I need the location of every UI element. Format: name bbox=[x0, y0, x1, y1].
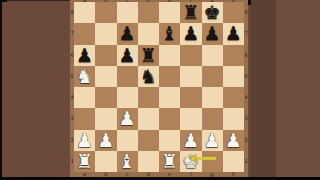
square-g3[interactable] bbox=[202, 108, 223, 129]
background-shade bbox=[276, 0, 320, 180]
video-frame: ♜♚♟♝♟♟♟♟♟♜♞♞♟♟♟♟♟♟♜♝♜♚ 8877665544332211a… bbox=[0, 0, 320, 180]
square-a3[interactable] bbox=[74, 108, 95, 129]
square-h5[interactable] bbox=[223, 66, 244, 87]
rank-label-4: 4 bbox=[70, 87, 74, 108]
black-king[interactable]: ♚ bbox=[204, 3, 221, 22]
rank-label-5: 5 bbox=[244, 66, 248, 87]
square-g6[interactable] bbox=[202, 45, 223, 66]
square-g5[interactable] bbox=[202, 66, 223, 87]
white-pawn[interactable]: ♟ bbox=[97, 130, 114, 149]
white-pawn[interactable]: ♟ bbox=[204, 130, 221, 149]
square-g7[interactable]: ♟ bbox=[202, 23, 223, 44]
black-pawn[interactable]: ♟ bbox=[225, 24, 242, 43]
black-rook[interactable]: ♜ bbox=[182, 3, 199, 22]
black-knight[interactable]: ♞ bbox=[140, 66, 157, 85]
square-e2[interactable] bbox=[159, 130, 180, 151]
white-rook[interactable]: ♜ bbox=[161, 151, 178, 170]
square-b3[interactable] bbox=[95, 108, 116, 129]
file-label-a: a bbox=[74, 0, 95, 2]
square-c2[interactable] bbox=[117, 130, 138, 151]
square-b6[interactable] bbox=[95, 45, 116, 66]
black-pawn[interactable]: ♟ bbox=[119, 45, 136, 64]
rank-label-2: 2 bbox=[244, 130, 248, 151]
rank-label-3: 3 bbox=[70, 108, 74, 129]
square-c7[interactable]: ♟ bbox=[117, 23, 138, 44]
white-rook[interactable]: ♜ bbox=[76, 151, 93, 170]
square-f5[interactable] bbox=[180, 66, 201, 87]
frame-edge bbox=[0, 0, 2, 180]
white-pawn[interactable]: ♟ bbox=[182, 130, 199, 149]
file-label-f: f bbox=[180, 0, 201, 2]
black-pawn[interactable]: ♟ bbox=[119, 24, 136, 43]
square-g8[interactable]: ♚ bbox=[202, 2, 223, 23]
square-d2[interactable] bbox=[138, 130, 159, 151]
square-f1[interactable]: ♚ bbox=[180, 151, 201, 172]
square-c1[interactable]: ♝ bbox=[117, 151, 138, 172]
white-pawn[interactable]: ♟ bbox=[76, 130, 93, 149]
black-rook[interactable]: ♜ bbox=[140, 45, 157, 64]
square-b2[interactable]: ♟ bbox=[95, 130, 116, 151]
square-d7[interactable] bbox=[138, 23, 159, 44]
rank-label-4: 4 bbox=[244, 87, 248, 108]
frame-edge bbox=[0, 177, 320, 180]
square-e6[interactable] bbox=[159, 45, 180, 66]
square-e1[interactable]: ♜ bbox=[159, 151, 180, 172]
square-h8[interactable] bbox=[223, 2, 244, 23]
square-d6[interactable]: ♜ bbox=[138, 45, 159, 66]
square-h3[interactable] bbox=[223, 108, 244, 129]
square-e5[interactable] bbox=[159, 66, 180, 87]
square-b1[interactable] bbox=[95, 151, 116, 172]
square-g4[interactable] bbox=[202, 87, 223, 108]
rank-label-6: 6 bbox=[70, 45, 74, 66]
square-f8[interactable]: ♜ bbox=[180, 2, 201, 23]
square-e7[interactable]: ♝ bbox=[159, 23, 180, 44]
rank-label-1: 1 bbox=[70, 151, 74, 172]
square-a4[interactable] bbox=[74, 87, 95, 108]
square-d3[interactable] bbox=[138, 108, 159, 129]
white-knight[interactable]: ♞ bbox=[76, 66, 93, 85]
square-a8[interactable] bbox=[74, 2, 95, 23]
file-label-e: e bbox=[159, 0, 180, 2]
rank-label-2: 2 bbox=[70, 130, 74, 151]
rank-label-5: 5 bbox=[70, 66, 74, 87]
square-h1[interactable] bbox=[223, 151, 244, 172]
square-c6[interactable]: ♟ bbox=[117, 45, 138, 66]
square-h6[interactable] bbox=[223, 45, 244, 66]
rank-label-3: 3 bbox=[244, 108, 248, 129]
rank-label-6: 6 bbox=[244, 45, 248, 66]
square-g1[interactable] bbox=[202, 151, 223, 172]
square-f4[interactable] bbox=[180, 87, 201, 108]
square-h4[interactable] bbox=[223, 87, 244, 108]
square-a1[interactable]: ♜ bbox=[74, 151, 95, 172]
square-b5[interactable] bbox=[95, 66, 116, 87]
white-pawn[interactable]: ♟ bbox=[225, 130, 242, 149]
file-label-b: b bbox=[95, 0, 116, 2]
square-c5[interactable] bbox=[117, 66, 138, 87]
square-d4[interactable] bbox=[138, 87, 159, 108]
file-label-c: c bbox=[117, 0, 138, 2]
file-label-d: d bbox=[138, 0, 159, 2]
chess-board: ♜♚♟♝♟♟♟♟♟♜♞♞♟♟♟♟♟♟♜♝♜♚ 8877665544332211a… bbox=[70, 0, 248, 177]
rank-label-1: 1 bbox=[244, 151, 248, 172]
square-c8[interactable] bbox=[117, 2, 138, 23]
white-pawn[interactable]: ♟ bbox=[119, 109, 136, 128]
square-f2[interactable]: ♟ bbox=[180, 130, 201, 151]
square-e4[interactable] bbox=[159, 87, 180, 108]
file-label-h: h bbox=[223, 0, 244, 2]
square-a7[interactable] bbox=[74, 23, 95, 44]
square-f7[interactable]: ♟ bbox=[180, 23, 201, 44]
square-e8[interactable] bbox=[159, 2, 180, 23]
square-c4[interactable] bbox=[117, 87, 138, 108]
square-a6[interactable]: ♟ bbox=[74, 45, 95, 66]
square-c3[interactable]: ♟ bbox=[117, 108, 138, 129]
square-f3[interactable] bbox=[180, 108, 201, 129]
square-b8[interactable] bbox=[95, 2, 116, 23]
black-bishop[interactable]: ♝ bbox=[161, 24, 178, 43]
square-f6[interactable] bbox=[180, 45, 201, 66]
white-king[interactable]: ♚ bbox=[182, 151, 199, 170]
file-label-g: g bbox=[202, 0, 223, 2]
square-a5[interactable]: ♞ bbox=[74, 66, 95, 87]
black-pawn[interactable]: ♟ bbox=[76, 45, 93, 64]
square-h7[interactable]: ♟ bbox=[223, 23, 244, 44]
square-b4[interactable] bbox=[95, 87, 116, 108]
square-d5[interactable]: ♞ bbox=[138, 66, 159, 87]
rank-label-7: 7 bbox=[70, 23, 74, 44]
rank-label-8: 8 bbox=[244, 2, 248, 23]
square-b7[interactable] bbox=[95, 23, 116, 44]
square-g2[interactable]: ♟ bbox=[202, 130, 223, 151]
square-h2[interactable]: ♟ bbox=[223, 130, 244, 151]
board-squares: ♜♚♟♝♟♟♟♟♟♜♞♞♟♟♟♟♟♟♜♝♜♚ bbox=[74, 2, 244, 172]
square-a2[interactable]: ♟ bbox=[74, 130, 95, 151]
rank-label-8: 8 bbox=[70, 2, 74, 23]
background-shade bbox=[250, 0, 276, 180]
white-bishop[interactable]: ♝ bbox=[119, 151, 136, 170]
rank-label-7: 7 bbox=[244, 23, 248, 44]
square-d8[interactable] bbox=[138, 2, 159, 23]
square-e3[interactable] bbox=[159, 108, 180, 129]
black-pawn[interactable]: ♟ bbox=[182, 24, 199, 43]
black-pawn[interactable]: ♟ bbox=[204, 24, 221, 43]
square-d1[interactable] bbox=[138, 151, 159, 172]
frame-edge bbox=[0, 0, 70, 1]
